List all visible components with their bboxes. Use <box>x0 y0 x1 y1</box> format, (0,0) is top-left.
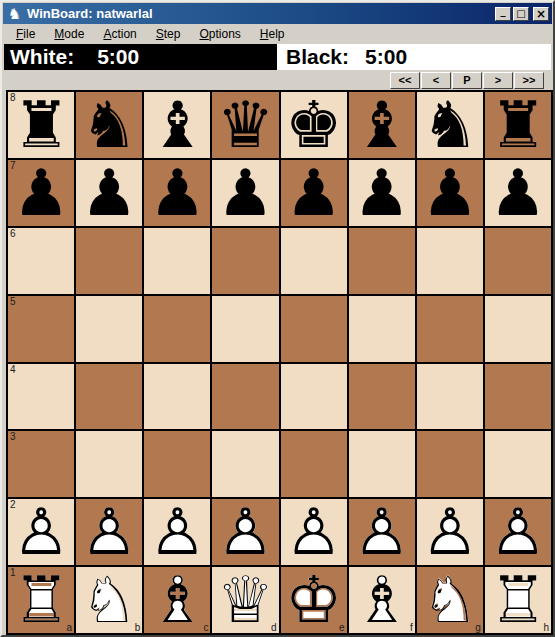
square-d5[interactable] <box>212 296 278 362</box>
square-a3[interactable]: 3 <box>8 431 74 497</box>
white-pawn: ♟♙ <box>485 499 551 565</box>
square-c7[interactable]: ♟ <box>144 160 210 226</box>
maximize-icon: □ <box>516 8 525 19</box>
black-pawn: ♟ <box>76 160 142 226</box>
square-h8[interactable]: ♜ <box>485 92 551 158</box>
winboard-window: ♞ WinBoard: natwarlal _ □ × File Mode Ac… <box>0 0 555 637</box>
square-b1[interactable]: b♞♘ <box>76 567 142 633</box>
maximize-button[interactable]: □ <box>513 7 529 21</box>
pause-button[interactable]: P <box>452 72 482 89</box>
square-g3[interactable] <box>417 431 483 497</box>
square-e2[interactable]: ♟♙ <box>281 499 347 565</box>
white-knight: ♞♘ <box>76 567 142 633</box>
white-clock-label: White: <box>10 45 74 69</box>
square-c2[interactable]: ♟♙ <box>144 499 210 565</box>
fast-forward-button[interactable]: >> <box>514 72 544 89</box>
nav-button-bar: << < P > >> <box>389 71 544 89</box>
square-c1[interactable]: c♝♗ <box>144 567 210 633</box>
square-h1[interactable]: h♜♖ <box>485 567 551 633</box>
square-a4[interactable]: 4 <box>8 364 74 430</box>
black-pawn: ♟ <box>485 160 551 226</box>
square-h6[interactable] <box>485 228 551 294</box>
black-pawn: ♟ <box>8 160 74 226</box>
window-title: WinBoard: natwarlal <box>27 6 493 21</box>
square-f3[interactable] <box>349 431 415 497</box>
close-button[interactable]: × <box>533 7 549 21</box>
white-pawn: ♟♙ <box>212 499 278 565</box>
square-c8[interactable]: ♝ <box>144 92 210 158</box>
close-icon: × <box>536 7 546 21</box>
square-f2[interactable]: ♟♙ <box>349 499 415 565</box>
white-pawn: ♟♙ <box>144 499 210 565</box>
square-b5[interactable] <box>76 296 142 362</box>
square-b3[interactable] <box>76 431 142 497</box>
square-a6[interactable]: 6 <box>8 228 74 294</box>
square-d6[interactable] <box>212 228 278 294</box>
square-d7[interactable]: ♟ <box>212 160 278 226</box>
rank-label-5: 5 <box>10 296 16 307</box>
minimize-button[interactable]: _ <box>495 7 511 21</box>
square-g1[interactable]: g♞♘ <box>417 567 483 633</box>
square-h7[interactable]: ♟ <box>485 160 551 226</box>
square-b7[interactable]: ♟ <box>76 160 142 226</box>
white-king: ♚♔ <box>281 567 347 633</box>
white-pawn: ♟♙ <box>417 499 483 565</box>
black-rook: ♜ <box>485 92 551 158</box>
square-d8[interactable]: ♛ <box>212 92 278 158</box>
step-back-button[interactable]: < <box>421 72 451 89</box>
title-bar: ♞ WinBoard: natwarlal _ □ × <box>3 3 552 24</box>
square-h3[interactable] <box>485 431 551 497</box>
rewind-to-start-button[interactable]: << <box>390 72 420 89</box>
square-e7[interactable]: ♟ <box>281 160 347 226</box>
square-e1[interactable]: e♚♔ <box>281 567 347 633</box>
white-clock[interactable]: White: 5:00 <box>4 44 277 70</box>
white-pawn: ♟♙ <box>8 499 74 565</box>
square-b4[interactable] <box>76 364 142 430</box>
square-h5[interactable] <box>485 296 551 362</box>
black-king: ♚ <box>281 92 347 158</box>
step-forward-button[interactable]: > <box>483 72 513 89</box>
white-bishop: ♝♗ <box>349 567 415 633</box>
winboard-knight-icon[interactable]: ♞ <box>6 6 23 22</box>
square-g8[interactable]: ♞ <box>417 92 483 158</box>
square-d2[interactable]: ♟♙ <box>212 499 278 565</box>
square-b8[interactable]: ♞ <box>76 92 142 158</box>
rank-label-4: 4 <box>10 364 16 375</box>
black-pawn: ♟ <box>212 160 278 226</box>
square-a2[interactable]: 2♟♙ <box>8 499 74 565</box>
white-clock-time: 5:00 <box>97 45 139 69</box>
square-a8[interactable]: 8♜ <box>8 92 74 158</box>
menu-step[interactable]: Step <box>150 26 187 42</box>
square-h4[interactable] <box>485 364 551 430</box>
square-c6[interactable] <box>144 228 210 294</box>
square-a1[interactable]: 1a♜♖ <box>8 567 74 633</box>
black-knight: ♞ <box>417 92 483 158</box>
rank-label-3: 3 <box>10 431 16 442</box>
black-clock-label: Black: <box>286 45 349 69</box>
square-e6[interactable] <box>281 228 347 294</box>
black-knight: ♞ <box>76 92 142 158</box>
square-e5[interactable] <box>281 296 347 362</box>
rank-label-6: 6 <box>10 228 16 239</box>
square-g4[interactable] <box>417 364 483 430</box>
black-bishop: ♝ <box>144 92 210 158</box>
square-f7[interactable]: ♟ <box>349 160 415 226</box>
black-pawn: ♟ <box>417 160 483 226</box>
square-a7[interactable]: 7♟ <box>8 160 74 226</box>
square-d1[interactable]: d♛♕ <box>212 567 278 633</box>
square-d3[interactable] <box>212 431 278 497</box>
black-rook: ♜ <box>8 92 74 158</box>
black-clock-time: 5:00 <box>365 45 407 69</box>
square-g6[interactable] <box>417 228 483 294</box>
black-pawn: ♟ <box>144 160 210 226</box>
square-h2[interactable]: ♟♙ <box>485 499 551 565</box>
square-e3[interactable] <box>281 431 347 497</box>
black-queen: ♛ <box>212 92 278 158</box>
white-rook: ♜♖ <box>485 567 551 633</box>
square-e8[interactable]: ♚ <box>281 92 347 158</box>
white-pawn: ♟♙ <box>349 499 415 565</box>
menu-mode[interactable]: Mode <box>48 26 90 42</box>
white-rook: ♜♖ <box>8 567 74 633</box>
white-pawn: ♟♙ <box>76 499 142 565</box>
minimize-icon: _ <box>501 5 506 16</box>
white-pawn: ♟♙ <box>281 499 347 565</box>
square-d4[interactable] <box>212 364 278 430</box>
menu-file[interactable]: File <box>10 26 41 42</box>
menu-options[interactable]: Options <box>193 26 246 42</box>
black-bishop: ♝ <box>349 92 415 158</box>
square-f5[interactable] <box>349 296 415 362</box>
square-c3[interactable] <box>144 431 210 497</box>
menu-help[interactable]: Help <box>254 26 291 42</box>
black-pawn: ♟ <box>349 160 415 226</box>
square-g5[interactable] <box>417 296 483 362</box>
square-b2[interactable]: ♟♙ <box>76 499 142 565</box>
square-f8[interactable]: ♝ <box>349 92 415 158</box>
white-bishop: ♝♗ <box>144 567 210 633</box>
square-g2[interactable]: ♟♙ <box>417 499 483 565</box>
menu-bar: File Mode Action Step Options Help <box>4 25 551 43</box>
square-a5[interactable]: 5 <box>8 296 74 362</box>
white-knight: ♞♘ <box>417 567 483 633</box>
square-f6[interactable] <box>349 228 415 294</box>
square-f1[interactable]: f♝♗ <box>349 567 415 633</box>
black-clock[interactable]: Black: 5:00 <box>277 44 407 70</box>
chess-board: 8♜♞♝♛♚♝♞♜7♟♟♟♟♟♟♟♟65432♟♙♟♙♟♙♟♙♟♙♟♙♟♙♟♙1… <box>6 90 553 635</box>
clock-row: White: 5:00 Black: 5:00 <box>4 44 551 70</box>
square-b6[interactable] <box>76 228 142 294</box>
square-g7[interactable]: ♟ <box>417 160 483 226</box>
square-c5[interactable] <box>144 296 210 362</box>
menu-action[interactable]: Action <box>97 26 142 42</box>
square-f4[interactable] <box>349 364 415 430</box>
square-e4[interactable] <box>281 364 347 430</box>
white-queen: ♛♕ <box>212 567 278 633</box>
square-c4[interactable] <box>144 364 210 430</box>
black-pawn: ♟ <box>281 160 347 226</box>
